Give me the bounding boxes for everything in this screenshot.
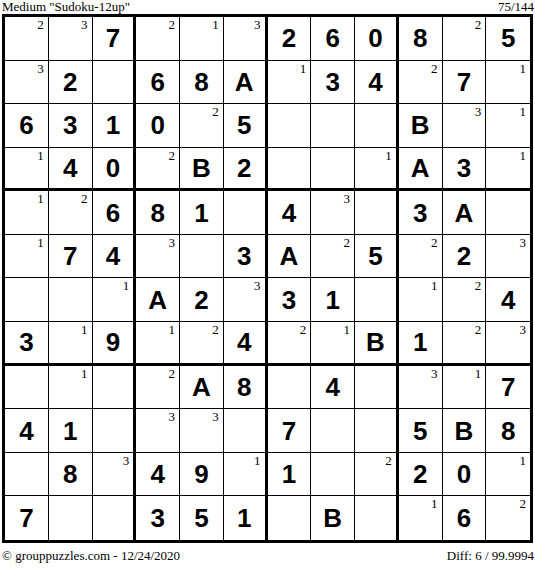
given-value: 3 [413, 200, 427, 226]
cell-r6c7[interactable]: A [268, 235, 312, 279]
cell-r10c3[interactable] [93, 409, 137, 453]
cell-r3c3[interactable]: 1 [93, 104, 137, 148]
given-value: 7 [457, 69, 471, 95]
cell-r1c9[interactable]: 0 [355, 17, 399, 61]
corner-mark: 2 [169, 18, 176, 31]
given-value: 3 [237, 243, 251, 269]
corner-mark: 1 [37, 149, 44, 162]
cell-r2c10[interactable]: 2 [399, 61, 443, 105]
given-value: 1 [325, 287, 339, 313]
corner-mark: 2 [475, 323, 482, 336]
corner-mark: 2 [81, 192, 88, 205]
given-value: 1 [413, 329, 427, 355]
cell-r6c4[interactable]: 3 [136, 235, 180, 279]
cell-r1c11[interactable]: 2 [443, 17, 487, 61]
cell-r11c8[interactable] [311, 453, 355, 497]
cell-r12c6[interactable]: 1 [224, 496, 268, 540]
given-value: 6 [325, 25, 339, 51]
corner-mark: 1 [300, 62, 307, 75]
cell-r8c12[interactable]: 3 [486, 322, 530, 366]
corner-mark: 3 [431, 367, 438, 380]
given-value: 4 [63, 155, 77, 181]
cell-r7c4[interactable]: A [136, 278, 180, 322]
cell-r2c9[interactable]: 4 [355, 61, 399, 105]
cell-r2c12[interactable]: 1 [486, 61, 530, 105]
given-value: A [411, 155, 430, 181]
cell-r10c1[interactable]: 4 [5, 409, 49, 453]
given-value: 6 [457, 505, 471, 531]
cell-r10c10[interactable]: 5 [399, 409, 443, 453]
cell-r5c3[interactable]: 6 [93, 191, 137, 235]
given-value: B [192, 155, 211, 181]
cell-r5c10[interactable]: 3 [399, 191, 443, 235]
cell-r10c11[interactable]: B [443, 409, 487, 453]
given-value: 8 [501, 418, 515, 444]
given-value: 4 [282, 200, 296, 226]
given-value: 4 [368, 69, 382, 95]
given-value: 3 [150, 505, 164, 531]
cell-r11c3[interactable]: 3 [93, 453, 137, 497]
cell-r9c9[interactable] [355, 366, 399, 410]
corner-mark: 1 [520, 105, 527, 118]
given-value: 7 [63, 243, 77, 269]
corner-mark: 2 [431, 236, 438, 249]
cell-r10c5[interactable]: 3 [180, 409, 224, 453]
cell-r7c11[interactable]: 2 [443, 278, 487, 322]
corner-mark: 2 [475, 279, 482, 292]
given-value: 2 [282, 25, 296, 51]
cell-r5c6[interactable] [224, 191, 268, 235]
cell-r8c2[interactable]: 1 [49, 322, 93, 366]
cell-r8c5[interactable]: 2 [180, 322, 224, 366]
given-value: 2 [413, 461, 427, 487]
cell-r12c10[interactable]: 1 [399, 496, 443, 540]
corner-mark: 3 [475, 105, 482, 118]
copyright-text: © grouppuzzles.com - 12/24/2020 [2, 548, 180, 563]
corner-mark: 3 [37, 62, 44, 75]
corner-mark: 3 [123, 454, 130, 467]
given-value: 1 [194, 200, 208, 226]
cell-r2c5[interactable]: 8 [180, 61, 224, 105]
given-value: 0 [368, 25, 382, 51]
cell-r1c2[interactable]: 3 [49, 17, 93, 61]
cell-r12c11[interactable]: 6 [443, 496, 487, 540]
corner-mark: 2 [431, 62, 438, 75]
cell-r7c2[interactable] [49, 278, 93, 322]
corner-mark: 3 [212, 410, 219, 423]
corner-mark: 2 [212, 323, 219, 336]
cell-r12c5[interactable]: 5 [180, 496, 224, 540]
cell-r11c9[interactable]: 2 [355, 453, 399, 497]
cell-r1c1[interactable]: 2 [5, 17, 49, 61]
given-value: B [454, 418, 473, 444]
given-value: A [148, 287, 167, 313]
cell-r8c6[interactable]: 4 [224, 322, 268, 366]
cell-r4c1[interactable]: 1 [5, 148, 49, 192]
cell-r5c4[interactable]: 8 [136, 191, 180, 235]
cell-r5c5[interactable]: 1 [180, 191, 224, 235]
cell-r7c6[interactable]: 3 [224, 278, 268, 322]
cell-r11c10[interactable]: 2 [399, 453, 443, 497]
cell-r4c10[interactable]: A [399, 148, 443, 192]
corner-mark: 1 [520, 62, 527, 75]
cell-r10c9[interactable] [355, 409, 399, 453]
cell-r10c8[interactable] [311, 409, 355, 453]
given-value: 1 [106, 112, 120, 138]
cell-r11c4[interactable]: 4 [136, 453, 180, 497]
cell-r9c8[interactable]: 4 [311, 366, 355, 410]
given-value: 9 [106, 329, 120, 355]
cell-r7c1[interactable] [5, 278, 49, 322]
given-value: 0 [457, 461, 471, 487]
cell-r7c12[interactable]: 4 [486, 278, 530, 322]
given-value: 6 [106, 200, 120, 226]
cell-r12c8[interactable]: B [311, 496, 355, 540]
cell-r7c5[interactable]: 2 [180, 278, 224, 322]
cell-r6c10[interactable]: 2 [399, 235, 443, 279]
cell-r9c1[interactable] [5, 366, 49, 410]
cell-r11c12[interactable]: 1 [486, 453, 530, 497]
sudoku-board: 2372132608253268A134271631025B311402B21A… [2, 14, 533, 543]
given-value: 1 [237, 505, 251, 531]
cell-r5c7[interactable]: 4 [268, 191, 312, 235]
cell-r5c1[interactable]: 1 [5, 191, 49, 235]
corner-mark: 2 [520, 497, 527, 510]
cell-r8c8[interactable]: 1 [311, 322, 355, 366]
cell-r1c6[interactable]: 3 [224, 17, 268, 61]
corner-mark: 3 [344, 192, 351, 205]
cell-r4c8[interactable] [311, 148, 355, 192]
cell-r6c1[interactable]: 1 [5, 235, 49, 279]
cell-r4c12[interactable]: 1 [486, 148, 530, 192]
given-value: B [366, 329, 385, 355]
given-value: 6 [19, 112, 33, 138]
given-value: B [323, 505, 342, 531]
cell-r2c6[interactable]: A [224, 61, 268, 105]
corner-mark: 1 [431, 279, 438, 292]
cell-r9c5[interactable]: A [180, 366, 224, 410]
given-value: 8 [237, 374, 251, 400]
cell-r6c11[interactable]: 2 [443, 235, 487, 279]
given-value: 4 [19, 418, 33, 444]
cell-r6c2[interactable]: 7 [49, 235, 93, 279]
cell-r4c2[interactable]: 4 [49, 148, 93, 192]
cell-r3c7[interactable] [268, 104, 312, 148]
given-value: 7 [282, 418, 296, 444]
cell-r11c7[interactable]: 1 [268, 453, 312, 497]
cell-r3c1[interactable]: 6 [5, 104, 49, 148]
cell-r12c3[interactable] [93, 496, 137, 540]
cell-r12c2[interactable] [49, 496, 93, 540]
cell-r6c9[interactable]: 5 [355, 235, 399, 279]
cell-r9c3[interactable] [93, 366, 137, 410]
corner-mark: 1 [212, 18, 219, 31]
cell-r5c8[interactable]: 3 [311, 191, 355, 235]
cell-r9c4[interactable]: 2 [136, 366, 180, 410]
cell-r4c9[interactable]: 1 [355, 148, 399, 192]
cell-r4c11[interactable]: 3 [443, 148, 487, 192]
given-value: 8 [413, 25, 427, 51]
corner-mark: 2 [169, 149, 176, 162]
given-value: 2 [63, 69, 77, 95]
corner-mark: 1 [475, 367, 482, 380]
cell-r3c5[interactable]: 2 [180, 104, 224, 148]
corner-mark: 2 [300, 323, 307, 336]
cell-r5c9[interactable] [355, 191, 399, 235]
cell-r8c9[interactable]: B [355, 322, 399, 366]
given-value: 7 [501, 374, 515, 400]
given-value: 4 [237, 329, 251, 355]
cell-r2c8[interactable]: 3 [311, 61, 355, 105]
puzzle-title: Medium "Sudoku-12up" [2, 0, 130, 14]
corner-mark: 3 [520, 236, 527, 249]
given-value: A [235, 69, 254, 95]
cell-r12c9[interactable] [355, 496, 399, 540]
corner-mark: 1 [37, 192, 44, 205]
given-value: 5 [237, 112, 251, 138]
given-value: 3 [282, 287, 296, 313]
cell-r2c1[interactable]: 3 [5, 61, 49, 105]
cell-r10c6[interactable] [224, 409, 268, 453]
given-value: 2 [237, 155, 251, 181]
given-value: A [192, 374, 211, 400]
cell-r7c3[interactable]: 1 [93, 278, 137, 322]
cell-r6c3[interactable]: 4 [93, 235, 137, 279]
corner-mark: 2 [385, 454, 392, 467]
cell-r11c6[interactable]: 1 [224, 453, 268, 497]
page-counter: 75/144 [498, 0, 534, 14]
cell-r5c11[interactable]: A [443, 191, 487, 235]
given-value: 9 [194, 461, 208, 487]
cell-r3c10[interactable]: B [399, 104, 443, 148]
corner-mark: 1 [385, 149, 392, 162]
given-value: 8 [194, 69, 208, 95]
cell-r2c11[interactable]: 7 [443, 61, 487, 105]
cell-r9c10[interactable]: 3 [399, 366, 443, 410]
given-value: 4 [501, 287, 515, 313]
given-value: 4 [325, 374, 339, 400]
given-value: 1 [63, 418, 77, 444]
cell-r2c4[interactable]: 6 [136, 61, 180, 105]
cell-r1c12[interactable]: 5 [486, 17, 530, 61]
corner-mark: 3 [169, 236, 176, 249]
cell-r9c11[interactable]: 1 [443, 366, 487, 410]
cell-r11c11[interactable]: 0 [443, 453, 487, 497]
cell-r7c8[interactable]: 1 [311, 278, 355, 322]
corner-mark: 2 [344, 236, 351, 249]
cell-r12c12[interactable]: 2 [486, 496, 530, 540]
given-value: 7 [106, 25, 120, 51]
corner-mark: 1 [37, 236, 44, 249]
given-value: 8 [63, 461, 77, 487]
given-value: 5 [413, 418, 427, 444]
cell-r4c4[interactable]: 2 [136, 148, 180, 192]
cell-r1c10[interactable]: 8 [399, 17, 443, 61]
cell-r7c10[interactable]: 1 [399, 278, 443, 322]
cell-r11c1[interactable] [5, 453, 49, 497]
cell-r2c2[interactable]: 2 [49, 61, 93, 105]
corner-mark: 2 [475, 18, 482, 31]
cell-r12c1[interactable]: 7 [5, 496, 49, 540]
cell-r3c2[interactable]: 3 [49, 104, 93, 148]
given-value: 0 [150, 112, 164, 138]
cell-r5c2[interactable]: 2 [49, 191, 93, 235]
cell-r1c4[interactable]: 2 [136, 17, 180, 61]
cell-r3c6[interactable]: 5 [224, 104, 268, 148]
given-value: 4 [150, 461, 164, 487]
cell-r7c9[interactable] [355, 278, 399, 322]
corner-mark: 1 [520, 454, 527, 467]
corner-mark: 1 [254, 454, 261, 467]
cell-r8c7[interactable]: 2 [268, 322, 312, 366]
given-value: 5 [368, 243, 382, 269]
cell-r6c8[interactable]: 2 [311, 235, 355, 279]
cell-r8c1[interactable]: 3 [5, 322, 49, 366]
corner-mark: 1 [344, 323, 351, 336]
cell-r9c2[interactable]: 1 [49, 366, 93, 410]
header: Medium "Sudoku-12up" 75/144 [2, 0, 534, 14]
cell-r1c3[interactable]: 7 [93, 17, 137, 61]
given-value: 1 [282, 461, 296, 487]
cell-r4c3[interactable]: 0 [93, 148, 137, 192]
cell-r8c3[interactable]: 9 [93, 322, 137, 366]
given-value: 5 [194, 505, 208, 531]
cell-r3c8[interactable] [311, 104, 355, 148]
cell-r11c5[interactable]: 9 [180, 453, 224, 497]
cell-r10c2[interactable]: 1 [49, 409, 93, 453]
given-value: 3 [19, 329, 33, 355]
cell-r3c11[interactable]: 3 [443, 104, 487, 148]
given-value: 8 [150, 200, 164, 226]
corner-mark: 1 [520, 149, 527, 162]
cell-r3c12[interactable]: 1 [486, 104, 530, 148]
cell-r10c4[interactable]: 3 [136, 409, 180, 453]
corner-mark: 3 [81, 18, 88, 31]
cell-r4c6[interactable]: 2 [224, 148, 268, 192]
cell-r2c7[interactable]: 1 [268, 61, 312, 105]
corner-mark: 2 [37, 18, 44, 31]
difficulty-text: Diff: 6 / 99.9994 [447, 548, 534, 563]
cell-r8c10[interactable]: 1 [399, 322, 443, 366]
given-value: 7 [19, 505, 33, 531]
cell-r10c7[interactable]: 7 [268, 409, 312, 453]
corner-mark: 3 [169, 410, 176, 423]
corner-mark: 2 [169, 367, 176, 380]
corner-mark: 2 [212, 105, 219, 118]
cell-r3c9[interactable] [355, 104, 399, 148]
cell-r1c8[interactable]: 6 [311, 17, 355, 61]
cell-r11c2[interactable]: 8 [49, 453, 93, 497]
cell-r4c5[interactable]: B [180, 148, 224, 192]
cell-r8c4[interactable]: 1 [136, 322, 180, 366]
given-value: 0 [106, 155, 120, 181]
cell-r6c6[interactable]: 3 [224, 235, 268, 279]
given-value: 4 [106, 243, 120, 269]
corner-mark: 3 [254, 18, 261, 31]
cell-r12c4[interactable]: 3 [136, 496, 180, 540]
given-value: 3 [457, 155, 471, 181]
cell-r9c6[interactable]: 8 [224, 366, 268, 410]
cell-r6c12[interactable]: 3 [486, 235, 530, 279]
given-value: A [454, 200, 473, 226]
given-value: A [279, 243, 298, 269]
given-value: B [411, 112, 430, 138]
cell-r10c12[interactable]: 8 [486, 409, 530, 453]
cell-r5c12[interactable] [486, 191, 530, 235]
cell-r3c4[interactable]: 0 [136, 104, 180, 148]
given-value: 2 [194, 287, 208, 313]
footer: © grouppuzzles.com - 12/24/2020 Diff: 6 … [2, 548, 534, 566]
corner-mark: 3 [254, 279, 261, 292]
corner-mark: 1 [81, 367, 88, 380]
cell-r9c7[interactable] [268, 366, 312, 410]
corner-mark: 3 [520, 323, 527, 336]
cell-r8c11[interactable]: 2 [443, 322, 487, 366]
cell-r2c3[interactable] [93, 61, 137, 105]
cell-r1c5[interactable]: 1 [180, 17, 224, 61]
given-value: 5 [501, 25, 515, 51]
cell-r6c5[interactable] [180, 235, 224, 279]
given-value: 6 [150, 69, 164, 95]
corner-mark: 1 [431, 497, 438, 510]
cell-r9c12[interactable]: 7 [486, 366, 530, 410]
given-value: 3 [325, 69, 339, 95]
corner-mark: 1 [81, 323, 88, 336]
cell-r4c7[interactable] [268, 148, 312, 192]
given-value: 3 [63, 112, 77, 138]
given-value: 2 [457, 243, 471, 269]
cell-r12c7[interactable] [268, 496, 312, 540]
corner-mark: 1 [123, 279, 130, 292]
cell-r7c7[interactable]: 3 [268, 278, 312, 322]
corner-mark: 1 [169, 323, 176, 336]
cell-r1c7[interactable]: 2 [268, 17, 312, 61]
